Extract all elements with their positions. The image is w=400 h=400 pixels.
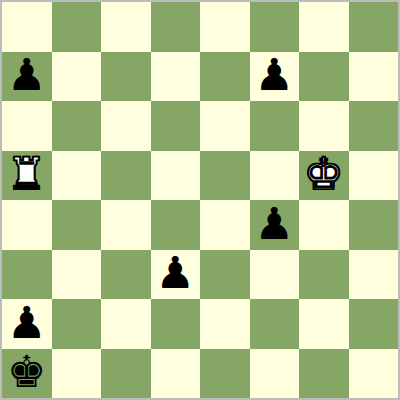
square-c6[interactable] xyxy=(101,101,151,151)
square-h6[interactable] xyxy=(349,101,399,151)
black-pawn[interactable]: ♟ xyxy=(255,53,294,97)
square-d4[interactable] xyxy=(151,200,201,250)
square-a5[interactable]: ♜ xyxy=(2,151,52,201)
square-e2[interactable] xyxy=(200,299,250,349)
square-b5[interactable] xyxy=(52,151,102,201)
square-e8[interactable] xyxy=(200,2,250,52)
square-f6[interactable] xyxy=(250,101,300,151)
square-b2[interactable] xyxy=(52,299,102,349)
square-e6[interactable] xyxy=(200,101,250,151)
square-a2[interactable]: ♟ xyxy=(2,299,52,349)
square-d3[interactable]: ♟ xyxy=(151,250,201,300)
square-b1[interactable] xyxy=(52,349,102,399)
square-a3[interactable] xyxy=(2,250,52,300)
square-h1[interactable] xyxy=(349,349,399,399)
square-b7[interactable] xyxy=(52,52,102,102)
square-h5[interactable] xyxy=(349,151,399,201)
square-g2[interactable] xyxy=(299,299,349,349)
square-e5[interactable] xyxy=(200,151,250,201)
square-d5[interactable] xyxy=(151,151,201,201)
square-d2[interactable] xyxy=(151,299,201,349)
square-c5[interactable] xyxy=(101,151,151,201)
square-e7[interactable] xyxy=(200,52,250,102)
square-b3[interactable] xyxy=(52,250,102,300)
square-e1[interactable] xyxy=(200,349,250,399)
square-d6[interactable] xyxy=(151,101,201,151)
black-king[interactable]: ♚ xyxy=(7,350,46,394)
square-h2[interactable] xyxy=(349,299,399,349)
chess-board-frame: ♟♟♜♚♟♟♟♚ xyxy=(0,0,400,400)
square-d8[interactable] xyxy=(151,2,201,52)
square-a6[interactable] xyxy=(2,101,52,151)
square-c7[interactable] xyxy=(101,52,151,102)
square-g5[interactable]: ♚ xyxy=(299,151,349,201)
chess-board: ♟♟♜♚♟♟♟♚ xyxy=(2,2,398,398)
square-e3[interactable] xyxy=(200,250,250,300)
square-b6[interactable] xyxy=(52,101,102,151)
square-g1[interactable] xyxy=(299,349,349,399)
square-a4[interactable] xyxy=(2,200,52,250)
square-c2[interactable] xyxy=(101,299,151,349)
square-h8[interactable] xyxy=(349,2,399,52)
square-b8[interactable] xyxy=(52,2,102,52)
square-c3[interactable] xyxy=(101,250,151,300)
square-h7[interactable] xyxy=(349,52,399,102)
white-rook[interactable]: ♜ xyxy=(7,152,46,196)
square-g4[interactable] xyxy=(299,200,349,250)
square-c8[interactable] xyxy=(101,2,151,52)
black-pawn[interactable]: ♟ xyxy=(255,202,294,246)
square-f2[interactable] xyxy=(250,299,300,349)
square-c1[interactable] xyxy=(101,349,151,399)
square-b4[interactable] xyxy=(52,200,102,250)
square-g7[interactable] xyxy=(299,52,349,102)
square-h4[interactable] xyxy=(349,200,399,250)
square-f1[interactable] xyxy=(250,349,300,399)
square-d1[interactable] xyxy=(151,349,201,399)
white-king[interactable]: ♚ xyxy=(304,152,343,196)
square-g6[interactable] xyxy=(299,101,349,151)
black-pawn[interactable]: ♟ xyxy=(7,53,46,97)
square-f4[interactable]: ♟ xyxy=(250,200,300,250)
square-f5[interactable] xyxy=(250,151,300,201)
square-e4[interactable] xyxy=(200,200,250,250)
square-a1[interactable]: ♚ xyxy=(2,349,52,399)
square-g8[interactable] xyxy=(299,2,349,52)
square-a7[interactable]: ♟ xyxy=(2,52,52,102)
square-c4[interactable] xyxy=(101,200,151,250)
square-a8[interactable] xyxy=(2,2,52,52)
square-g3[interactable] xyxy=(299,250,349,300)
black-pawn[interactable]: ♟ xyxy=(7,301,46,345)
square-f7[interactable]: ♟ xyxy=(250,52,300,102)
square-f3[interactable] xyxy=(250,250,300,300)
square-h3[interactable] xyxy=(349,250,399,300)
square-d7[interactable] xyxy=(151,52,201,102)
square-f8[interactable] xyxy=(250,2,300,52)
black-pawn[interactable]: ♟ xyxy=(156,251,195,295)
